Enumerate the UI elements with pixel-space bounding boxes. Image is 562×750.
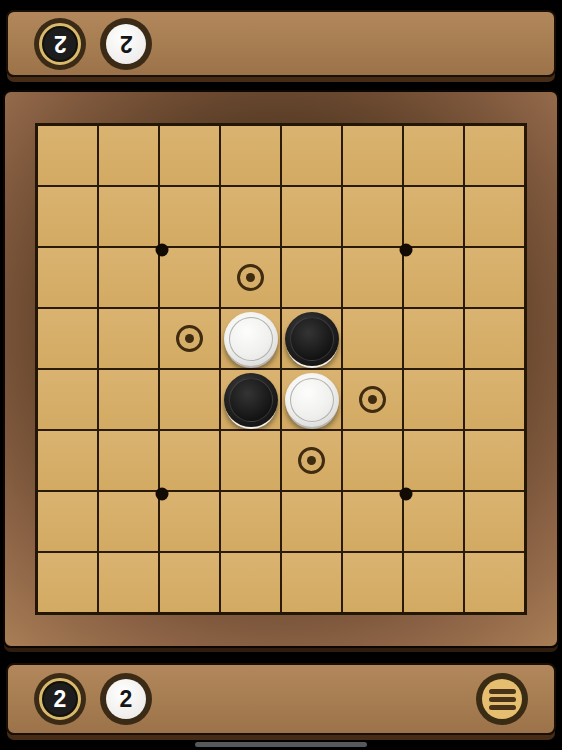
cell-f2 — [343, 187, 402, 246]
cell-c2 — [160, 187, 219, 246]
cell-d4 — [221, 309, 280, 368]
othello-app-screen: 2 2 2 2 — [0, 0, 562, 750]
cell-c3 — [160, 248, 219, 307]
cell-c4[interactable] — [160, 309, 219, 368]
cell-f7 — [343, 492, 402, 551]
opponent-black-score-token: 2 — [34, 18, 86, 70]
hamburger-menu-icon — [482, 679, 522, 719]
cell-a4 — [38, 309, 97, 368]
cell-h6 — [465, 431, 524, 490]
cell-d7 — [221, 492, 280, 551]
cell-e6[interactable] — [282, 431, 341, 490]
cell-a6 — [38, 431, 97, 490]
cell-h8 — [465, 553, 524, 612]
legal-move-marker-d3[interactable] — [237, 264, 264, 291]
cell-c8 — [160, 553, 219, 612]
cell-b5 — [99, 370, 158, 429]
cell-h7 — [465, 492, 524, 551]
cell-e8 — [282, 553, 341, 612]
cell-g2 — [404, 187, 463, 246]
cell-h3 — [465, 248, 524, 307]
cell-f1 — [343, 126, 402, 185]
cell-e4 — [282, 309, 341, 368]
cell-g7 — [404, 492, 463, 551]
cell-g1 — [404, 126, 463, 185]
cell-f6 — [343, 431, 402, 490]
player-white-score-token: 2 — [100, 673, 152, 725]
player-white-score: 2 — [120, 688, 133, 711]
cell-a7 — [38, 492, 97, 551]
white-disc-icon: 2 — [106, 679, 146, 719]
black-disc-icon: 2 — [44, 28, 76, 60]
cell-a1 — [38, 126, 97, 185]
cell-h5 — [465, 370, 524, 429]
cell-d8 — [221, 553, 280, 612]
star-point — [156, 488, 169, 501]
cell-f5[interactable] — [343, 370, 402, 429]
cell-c6 — [160, 431, 219, 490]
player-score-bar: 2 2 — [6, 663, 556, 735]
opponent-score-bar: 2 2 — [6, 10, 556, 77]
cell-f4 — [343, 309, 402, 368]
cell-a8 — [38, 553, 97, 612]
cell-g5 — [404, 370, 463, 429]
white-disc-d4 — [224, 312, 278, 366]
cell-b4 — [99, 309, 158, 368]
cell-h1 — [465, 126, 524, 185]
cell-a2 — [38, 187, 97, 246]
board-grid — [35, 123, 527, 615]
black-disc-icon: 2 — [44, 683, 76, 715]
cell-d5 — [221, 370, 280, 429]
white-disc-icon: 2 — [106, 24, 146, 64]
cell-c7 — [160, 492, 219, 551]
player-black-score-token: 2 — [34, 673, 86, 725]
home-indicator[interactable] — [195, 742, 367, 747]
opponent-white-score: 2 — [120, 32, 133, 55]
star-point — [156, 244, 169, 257]
cell-e3 — [282, 248, 341, 307]
cell-a3 — [38, 248, 97, 307]
cell-g4 — [404, 309, 463, 368]
cell-d1 — [221, 126, 280, 185]
cell-d3[interactable] — [221, 248, 280, 307]
star-point — [400, 488, 413, 501]
cell-d6 — [221, 431, 280, 490]
cell-g6 — [404, 431, 463, 490]
cell-f8 — [343, 553, 402, 612]
white-disc-e5 — [285, 373, 339, 427]
cell-e7 — [282, 492, 341, 551]
legal-move-marker-f5[interactable] — [359, 386, 386, 413]
cell-d2 — [221, 187, 280, 246]
menu-button[interactable] — [476, 673, 528, 725]
black-disc-e4 — [285, 312, 339, 366]
legal-move-marker-c4[interactable] — [176, 325, 203, 352]
black-disc-d5 — [224, 373, 278, 427]
cell-e2 — [282, 187, 341, 246]
player-black-score: 2 — [54, 688, 67, 711]
cell-c1 — [160, 126, 219, 185]
cell-e5 — [282, 370, 341, 429]
cell-b7 — [99, 492, 158, 551]
cell-g8 — [404, 553, 463, 612]
cell-e1 — [282, 126, 341, 185]
star-point — [400, 244, 413, 257]
cell-f3 — [343, 248, 402, 307]
board-frame — [3, 90, 559, 648]
opponent-black-score: 2 — [54, 32, 67, 55]
opponent-white-score-token: 2 — [100, 18, 152, 70]
cell-c5 — [160, 370, 219, 429]
cell-a5 — [38, 370, 97, 429]
cell-h4 — [465, 309, 524, 368]
cell-g3 — [404, 248, 463, 307]
cell-b8 — [99, 553, 158, 612]
cell-h2 — [465, 187, 524, 246]
legal-move-marker-e6[interactable] — [298, 447, 325, 474]
cell-b2 — [99, 187, 158, 246]
cell-b1 — [99, 126, 158, 185]
cell-b6 — [99, 431, 158, 490]
cell-b3 — [99, 248, 158, 307]
